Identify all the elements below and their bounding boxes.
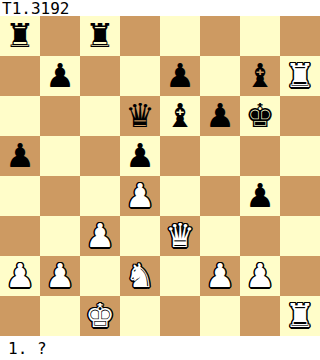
white-pawn-a2[interactable]: ♟ [5, 259, 35, 292]
square-h1[interactable]: ♜ [280, 296, 320, 336]
square-g7[interactable]: ♝ [240, 56, 280, 96]
black-rook-a8[interactable]: ♜ [5, 19, 35, 52]
square-a1[interactable] [0, 296, 40, 336]
square-h6[interactable] [280, 96, 320, 136]
black-pawn-f6[interactable]: ♟ [205, 99, 235, 132]
white-knight-d2[interactable]: ♞ [125, 259, 155, 292]
square-e4[interactable] [160, 176, 200, 216]
square-b3[interactable] [40, 216, 80, 256]
square-g3[interactable] [240, 216, 280, 256]
square-h4[interactable] [280, 176, 320, 216]
black-bishop-e6[interactable]: ♝ [165, 99, 195, 132]
square-f8[interactable] [200, 16, 240, 56]
square-d6[interactable]: ♛ [120, 96, 160, 136]
black-bishop-g7[interactable]: ♝ [245, 59, 275, 92]
white-pawn-f2[interactable]: ♟ [205, 259, 235, 292]
square-b2[interactable]: ♟ [40, 256, 80, 296]
black-pawn-a5[interactable]: ♟ [5, 139, 35, 172]
square-h3[interactable] [280, 216, 320, 256]
square-g8[interactable] [240, 16, 280, 56]
white-pawn-d4[interactable]: ♟ [125, 179, 155, 212]
square-h7[interactable]: ♜ [280, 56, 320, 96]
square-h5[interactable] [280, 136, 320, 176]
square-d5[interactable]: ♟ [120, 136, 160, 176]
square-e6[interactable]: ♝ [160, 96, 200, 136]
square-d4[interactable]: ♟ [120, 176, 160, 216]
square-b6[interactable] [40, 96, 80, 136]
square-b1[interactable] [40, 296, 80, 336]
white-rook-h1[interactable]: ♜ [285, 299, 315, 332]
square-e1[interactable] [160, 296, 200, 336]
square-e8[interactable] [160, 16, 200, 56]
square-b5[interactable] [40, 136, 80, 176]
square-g2[interactable]: ♟ [240, 256, 280, 296]
square-c5[interactable] [80, 136, 120, 176]
move-prompt: 1. ? [0, 336, 320, 360]
square-e7[interactable]: ♟ [160, 56, 200, 96]
square-h2[interactable] [280, 256, 320, 296]
square-g5[interactable] [240, 136, 280, 176]
square-f6[interactable]: ♟ [200, 96, 240, 136]
square-d2[interactable]: ♞ [120, 256, 160, 296]
white-pawn-b2[interactable]: ♟ [45, 259, 75, 292]
square-h8[interactable] [280, 16, 320, 56]
square-c7[interactable] [80, 56, 120, 96]
black-pawn-d5[interactable]: ♟ [125, 139, 155, 172]
square-f2[interactable]: ♟ [200, 256, 240, 296]
square-e3[interactable]: ♛ [160, 216, 200, 256]
white-pawn-c3[interactable]: ♟ [85, 219, 115, 252]
square-f1[interactable] [200, 296, 240, 336]
square-d1[interactable] [120, 296, 160, 336]
square-c4[interactable] [80, 176, 120, 216]
square-b8[interactable] [40, 16, 80, 56]
puzzle-id: T1.3192 [0, 0, 320, 16]
white-king-c1[interactable]: ♚ [85, 299, 115, 332]
white-rook-h7[interactable]: ♜ [285, 59, 315, 92]
square-f7[interactable] [200, 56, 240, 96]
square-b7[interactable]: ♟ [40, 56, 80, 96]
square-d8[interactable] [120, 16, 160, 56]
white-queen-e3[interactable]: ♛ [165, 219, 195, 252]
black-rook-c8[interactable]: ♜ [85, 19, 115, 52]
square-c2[interactable] [80, 256, 120, 296]
square-f4[interactable] [200, 176, 240, 216]
square-c3[interactable]: ♟ [80, 216, 120, 256]
square-e5[interactable] [160, 136, 200, 176]
square-a8[interactable]: ♜ [0, 16, 40, 56]
chess-board: ♜♜♟♟♝♜♛♝♟♚♟♟♟♟♟♛♟♟♞♟♟♚♜ [0, 16, 320, 336]
square-g4[interactable]: ♟ [240, 176, 280, 216]
square-e2[interactable] [160, 256, 200, 296]
square-c1[interactable]: ♚ [80, 296, 120, 336]
square-a5[interactable]: ♟ [0, 136, 40, 176]
black-pawn-e7[interactable]: ♟ [165, 59, 195, 92]
black-pawn-b7[interactable]: ♟ [45, 59, 75, 92]
square-g1[interactable] [240, 296, 280, 336]
square-d7[interactable] [120, 56, 160, 96]
square-b4[interactable] [40, 176, 80, 216]
square-a3[interactable] [0, 216, 40, 256]
white-pawn-g2[interactable]: ♟ [245, 259, 275, 292]
black-king-g6[interactable]: ♚ [245, 99, 275, 132]
square-c6[interactable] [80, 96, 120, 136]
square-a6[interactable] [0, 96, 40, 136]
square-a4[interactable] [0, 176, 40, 216]
square-a2[interactable]: ♟ [0, 256, 40, 296]
black-queen-d6[interactable]: ♛ [125, 99, 155, 132]
square-a7[interactable] [0, 56, 40, 96]
square-g6[interactable]: ♚ [240, 96, 280, 136]
black-pawn-g4[interactable]: ♟ [245, 179, 275, 212]
square-f3[interactable] [200, 216, 240, 256]
square-d3[interactable] [120, 216, 160, 256]
chess-puzzle-app: T1.3192 ♜♜♟♟♝♜♛♝♟♚♟♟♟♟♟♛♟♟♞♟♟♚♜ 1. ? [0, 0, 320, 360]
square-f5[interactable] [200, 136, 240, 176]
square-c8[interactable]: ♜ [80, 16, 120, 56]
